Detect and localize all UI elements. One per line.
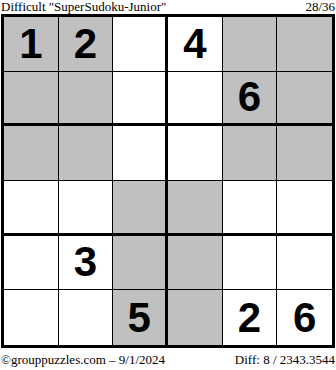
cell-r6c5[interactable]: 2 (223, 290, 278, 345)
cell-r1c4[interactable]: 4 (168, 17, 223, 72)
cell-r1c2[interactable]: 2 (59, 17, 114, 72)
cell-r6c3[interactable]: 5 (113, 290, 168, 345)
cell-r5c1[interactable] (4, 236, 59, 291)
difficulty-text: Diff: 8 / 2343.3544 (235, 352, 335, 368)
cell-r5c6[interactable] (277, 236, 332, 291)
cell-r4c1[interactable] (4, 181, 59, 236)
puzzle-title: Difficult "SuperSudoku-Junior" (1, 0, 166, 14)
cell-r6c4[interactable] (168, 290, 223, 345)
cell-r4c2[interactable] (59, 181, 114, 236)
cell-r2c2[interactable] (59, 72, 114, 127)
cell-r2c1[interactable] (4, 72, 59, 127)
header: Difficult "SuperSudoku-Junior" 28/36 (0, 0, 336, 14)
cell-r3c6[interactable] (277, 126, 332, 181)
cell-r4c5[interactable] (223, 181, 278, 236)
cell-r5c4[interactable] (168, 236, 223, 291)
board: 12463526 (1, 14, 335, 348)
cell-r3c5[interactable] (223, 126, 278, 181)
cell-r2c3[interactable] (113, 72, 168, 127)
progress-counter: 28/36 (305, 0, 335, 14)
cell-r1c5[interactable] (223, 17, 278, 72)
cell-r6c6[interactable]: 6 (277, 290, 332, 345)
cell-r4c3[interactable] (113, 181, 168, 236)
cell-r3c2[interactable] (59, 126, 114, 181)
cell-r5c2[interactable]: 3 (59, 236, 114, 291)
cell-r1c1[interactable]: 1 (4, 17, 59, 72)
cell-r3c4[interactable] (168, 126, 223, 181)
cell-r1c3[interactable] (113, 17, 168, 72)
cell-r6c2[interactable] (59, 290, 114, 345)
copyright-text: ©grouppuzzles.com – 9/1/2024 (1, 352, 165, 368)
cell-r1c6[interactable] (277, 17, 332, 72)
cell-r4c6[interactable] (277, 181, 332, 236)
cell-r3c3[interactable] (113, 126, 168, 181)
footer: ©grouppuzzles.com – 9/1/2024 Diff: 8 / 2… (0, 349, 336, 370)
cell-r2c6[interactable] (277, 72, 332, 127)
cell-r4c4[interactable] (168, 181, 223, 236)
cell-r2c5[interactable]: 6 (223, 72, 278, 127)
cell-r2c4[interactable] (168, 72, 223, 127)
cell-r5c5[interactable] (223, 236, 278, 291)
cell-r6c1[interactable] (4, 290, 59, 345)
cell-r3c1[interactable] (4, 126, 59, 181)
cell-r5c3[interactable] (113, 236, 168, 291)
